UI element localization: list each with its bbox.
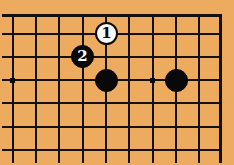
board-edge-line [2,14,222,17]
frame-left [0,0,2,165]
grid-line [2,126,222,128]
move-number-label: 1 [101,26,111,41]
black-stone-2: 2 [71,45,94,68]
grid-line [2,149,222,151]
grid-line [82,14,84,163]
grid-line [198,14,200,163]
move-number-label: 2 [77,49,87,64]
grid-line [2,56,222,58]
white-stone-1: 1 [95,22,118,45]
grid-line [58,14,60,163]
star-point-Q16 [150,78,155,83]
grid-line [35,14,37,163]
grid-line [152,14,154,163]
frame-right [232,0,234,165]
frame-bottom [0,163,234,165]
black-stone-O16 [95,69,118,92]
black-stone-R16 [165,69,188,92]
grid-line [2,102,222,104]
go-board-diagram: 12 [0,0,234,165]
frame-top [0,1,234,3]
star-point-K16 [10,78,15,83]
board-edge-line [219,14,222,163]
grid-line [12,14,14,163]
grid-line [128,14,130,163]
